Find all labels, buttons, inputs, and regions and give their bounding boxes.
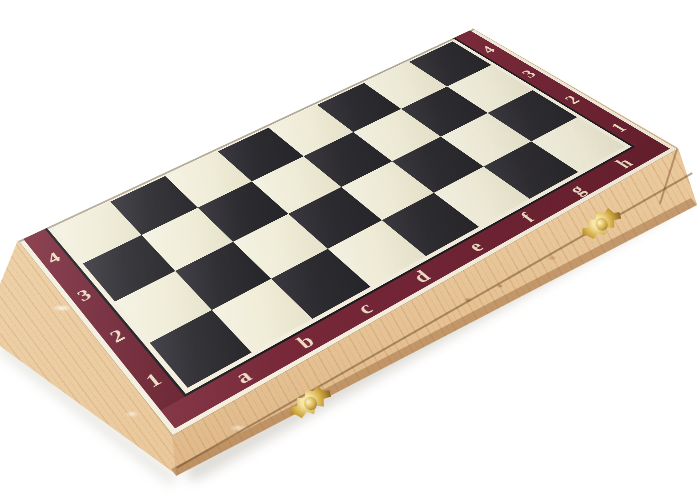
product-photo-scene: 43214321abcdefgh [0, 0, 700, 501]
